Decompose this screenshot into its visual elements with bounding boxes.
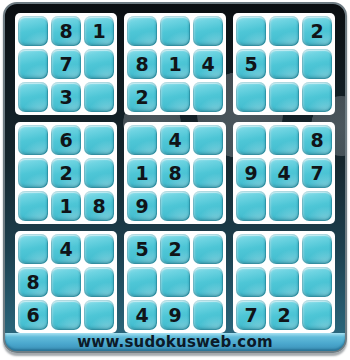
- cell-r2c4[interactable]: 8: [127, 49, 157, 79]
- cell-r4c9[interactable]: 8: [302, 125, 332, 155]
- cell-r2c5[interactable]: 1: [160, 49, 190, 79]
- cell-r5c2[interactable]: 2: [51, 158, 81, 188]
- cell-r6c5[interactable]: [160, 191, 190, 221]
- cell-r3c2[interactable]: 3: [51, 82, 81, 112]
- cell-r1c5[interactable]: [160, 16, 190, 46]
- cell-r8c2[interactable]: [51, 267, 81, 297]
- box-1-1: 8173: [15, 13, 117, 115]
- cell-r1c1[interactable]: [18, 16, 48, 46]
- cell-r2c1[interactable]: [18, 49, 48, 79]
- cell-r4c7[interactable]: [236, 125, 266, 155]
- cell-r7c3[interactable]: [84, 234, 114, 264]
- cell-r8c5[interactable]: [160, 267, 190, 297]
- cell-r5c3[interactable]: [84, 158, 114, 188]
- cell-r1c6[interactable]: [193, 16, 223, 46]
- cell-r2c9[interactable]: [302, 49, 332, 79]
- cell-r3c3[interactable]: [84, 82, 114, 112]
- cell-r2c8[interactable]: [269, 49, 299, 79]
- cell-r5c1[interactable]: [18, 158, 48, 188]
- cell-r7c4[interactable]: 5: [127, 234, 157, 264]
- sudoku-board: 8173814225621841898947486524972 www.sudo…: [3, 2, 347, 353]
- cell-r3c8[interactable]: [269, 82, 299, 112]
- box-2-1: 6218: [15, 122, 117, 224]
- cell-r4c6[interactable]: [193, 125, 223, 155]
- cell-r1c2[interactable]: 8: [51, 16, 81, 46]
- cell-r4c5[interactable]: 4: [160, 125, 190, 155]
- cell-r1c7[interactable]: [236, 16, 266, 46]
- cell-r3c5[interactable]: [160, 82, 190, 112]
- cell-r9c2[interactable]: [51, 300, 81, 330]
- box-3-3: 72: [233, 231, 335, 333]
- cell-r9c6[interactable]: [193, 300, 223, 330]
- cell-r8c9[interactable]: [302, 267, 332, 297]
- sudoku-grid: 8173814225621841898947486524972: [5, 4, 345, 333]
- cell-r9c8[interactable]: 2: [269, 300, 299, 330]
- cell-r6c4[interactable]: 9: [127, 191, 157, 221]
- cell-r5c4[interactable]: 1: [127, 158, 157, 188]
- cell-r9c9[interactable]: [302, 300, 332, 330]
- cell-r5c8[interactable]: 4: [269, 158, 299, 188]
- box-2-2: 4189: [124, 122, 226, 224]
- cell-r9c1[interactable]: 6: [18, 300, 48, 330]
- cell-r5c9[interactable]: 7: [302, 158, 332, 188]
- cell-r8c7[interactable]: [236, 267, 266, 297]
- cell-r2c3[interactable]: [84, 49, 114, 79]
- box-1-3: 25: [233, 13, 335, 115]
- cell-r9c4[interactable]: 4: [127, 300, 157, 330]
- cell-r5c6[interactable]: [193, 158, 223, 188]
- cell-r3c1[interactable]: [18, 82, 48, 112]
- cell-r6c3[interactable]: 8: [84, 191, 114, 221]
- cell-r3c9[interactable]: [302, 82, 332, 112]
- cell-r7c1[interactable]: [18, 234, 48, 264]
- footer-band: www.sudokusweb.com: [5, 333, 345, 351]
- cell-r6c6[interactable]: [193, 191, 223, 221]
- cell-r9c7[interactable]: 7: [236, 300, 266, 330]
- cell-r8c6[interactable]: [193, 267, 223, 297]
- box-3-1: 486: [15, 231, 117, 333]
- cell-r2c2[interactable]: 7: [51, 49, 81, 79]
- cell-r3c6[interactable]: [193, 82, 223, 112]
- cell-r5c7[interactable]: 9: [236, 158, 266, 188]
- cell-r9c5[interactable]: 9: [160, 300, 190, 330]
- cell-r1c9[interactable]: 2: [302, 16, 332, 46]
- cell-r6c8[interactable]: [269, 191, 299, 221]
- cell-r6c9[interactable]: [302, 191, 332, 221]
- cell-r1c4[interactable]: [127, 16, 157, 46]
- cell-r9c3[interactable]: [84, 300, 114, 330]
- cell-r6c1[interactable]: [18, 191, 48, 221]
- cell-r7c2[interactable]: 4: [51, 234, 81, 264]
- cell-r4c8[interactable]: [269, 125, 299, 155]
- cell-r5c5[interactable]: 8: [160, 158, 190, 188]
- box-2-3: 8947: [233, 122, 335, 224]
- cell-r6c2[interactable]: 1: [51, 191, 81, 221]
- cell-r1c3[interactable]: 1: [84, 16, 114, 46]
- cell-r7c6[interactable]: [193, 234, 223, 264]
- cell-r4c1[interactable]: [18, 125, 48, 155]
- cell-r7c7[interactable]: [236, 234, 266, 264]
- cell-r7c5[interactable]: 2: [160, 234, 190, 264]
- cell-r2c7[interactable]: 5: [236, 49, 266, 79]
- box-1-2: 8142: [124, 13, 226, 115]
- website-link[interactable]: www.sudokusweb.com: [77, 333, 272, 351]
- cell-r6c7[interactable]: [236, 191, 266, 221]
- cell-r3c4[interactable]: 2: [127, 82, 157, 112]
- cell-r7c9[interactable]: [302, 234, 332, 264]
- box-3-2: 5249: [124, 231, 226, 333]
- cell-r4c3[interactable]: [84, 125, 114, 155]
- cell-r8c3[interactable]: [84, 267, 114, 297]
- cell-r1c8[interactable]: [269, 16, 299, 46]
- cell-r2c6[interactable]: 4: [193, 49, 223, 79]
- cell-r7c8[interactable]: [269, 234, 299, 264]
- cell-r8c4[interactable]: [127, 267, 157, 297]
- cell-r4c2[interactable]: 6: [51, 125, 81, 155]
- cell-r8c8[interactable]: [269, 267, 299, 297]
- cell-r3c7[interactable]: [236, 82, 266, 112]
- cell-r8c1[interactable]: 8: [18, 267, 48, 297]
- cell-r4c4[interactable]: [127, 125, 157, 155]
